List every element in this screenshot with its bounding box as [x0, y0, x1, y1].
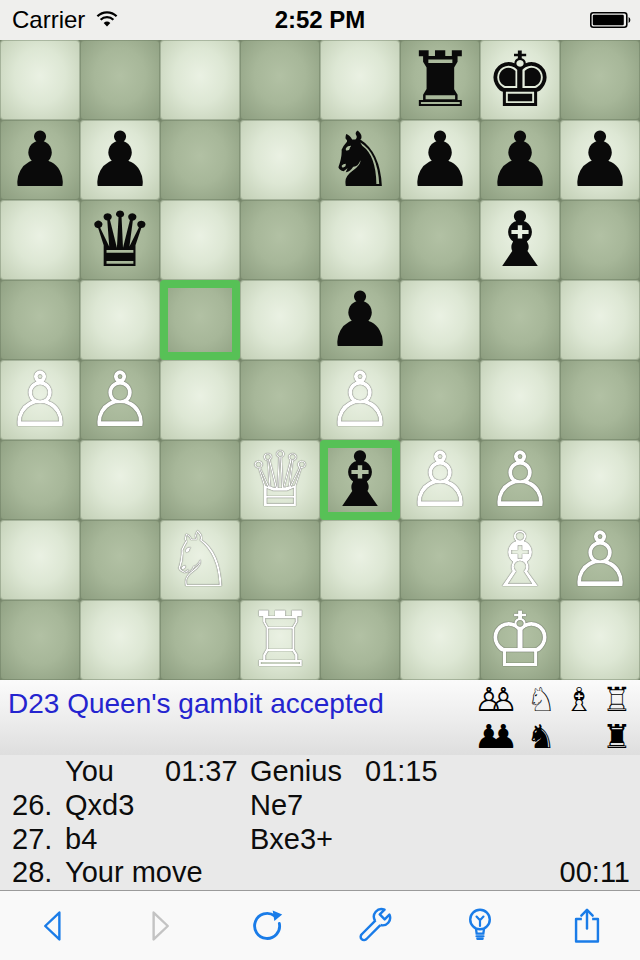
black-player-name: Genius: [250, 755, 342, 789]
info-bar: D23 Queen's gambit accepted ♙♙♘♗♖ ♟♟♞♜: [0, 680, 640, 755]
white-player-clock: 01:37: [165, 755, 238, 789]
square-g8[interactable]: ♚: [480, 40, 560, 120]
square-a7[interactable]: ♟: [0, 120, 80, 200]
black-pawn-piece: ♟: [480, 120, 560, 200]
square-b2[interactable]: [80, 520, 160, 600]
white-move: Qxd3: [65, 789, 134, 823]
square-d8[interactable]: [240, 40, 320, 120]
square-e5[interactable]: ♟: [320, 280, 400, 360]
square-g4[interactable]: [480, 360, 560, 440]
square-g3[interactable]: ♙: [480, 440, 560, 520]
hint-lightbulb-icon[interactable]: [458, 904, 502, 948]
square-h7[interactable]: ♟: [560, 120, 640, 200]
captured-black-row: ♟♟♞♜: [470, 718, 636, 755]
move-list: You 01:37 Genius 01:15 26. Qxd3 Ne7 27. …: [0, 755, 640, 890]
square-g5[interactable]: [480, 280, 560, 360]
captured-piece-slot: [560, 718, 598, 755]
settings-wrench-icon[interactable]: [351, 904, 395, 948]
black-king-piece: ♚: [480, 40, 560, 120]
square-d1[interactable]: ♖: [240, 600, 320, 680]
white-pawn-piece: ♙: [80, 360, 160, 440]
square-c4[interactable]: [160, 360, 240, 440]
square-c6[interactable]: [160, 200, 240, 280]
share-icon[interactable]: [565, 904, 609, 948]
square-d2[interactable]: [240, 520, 320, 600]
square-e7[interactable]: ♞: [320, 120, 400, 200]
square-b4[interactable]: ♙: [80, 360, 160, 440]
square-h3[interactable]: [560, 440, 640, 520]
square-c7[interactable]: [160, 120, 240, 200]
black-player-clock: 01:15: [365, 755, 438, 789]
white-move: b4: [65, 823, 97, 857]
square-g7[interactable]: ♟: [480, 120, 560, 200]
square-c1[interactable]: [160, 600, 240, 680]
square-f6[interactable]: [400, 200, 480, 280]
black-pawn-piece: ♟: [560, 120, 640, 200]
white-pawn-piece: ♙: [320, 360, 400, 440]
white-pawn-piece: ♙: [0, 360, 80, 440]
square-h8[interactable]: [560, 40, 640, 120]
square-b6[interactable]: ♛: [80, 200, 160, 280]
your-move-prompt: Your move: [65, 856, 203, 890]
square-f3[interactable]: ♙: [400, 440, 480, 520]
square-h2[interactable]: ♙: [560, 520, 640, 600]
square-d5[interactable]: [240, 280, 320, 360]
move-number: 26.: [12, 789, 52, 823]
move-number: 28.: [12, 856, 52, 890]
captured-piece-slot: ♗: [560, 681, 598, 718]
white-queen-piece: ♕: [240, 440, 320, 520]
bottom-toolbar: [0, 890, 640, 960]
app-window: Carrier 2:52 PM ♜♚♟♟♞♟♟♟♛♝♟♙♙♙♕♝♙♙♘♗♙♖♔ …: [0, 0, 640, 960]
square-f5[interactable]: [400, 280, 480, 360]
square-f4[interactable]: [400, 360, 480, 440]
square-g1[interactable]: ♔: [480, 600, 560, 680]
square-c2[interactable]: ♘: [160, 520, 240, 600]
captured-piece-slot: ♟♟: [470, 718, 522, 755]
white-bishop-piece: ♗: [480, 520, 560, 600]
forward-button[interactable]: [138, 904, 182, 948]
opening-name: D23 Queen's gambit accepted: [8, 688, 384, 720]
square-b3[interactable]: [80, 440, 160, 520]
clock-time: 2:52 PM: [0, 6, 640, 34]
square-a6[interactable]: [0, 200, 80, 280]
square-f8[interactable]: ♜: [400, 40, 480, 120]
square-f1[interactable]: [400, 600, 480, 680]
black-queen-piece: ♛: [80, 200, 160, 280]
move-number: 27.: [12, 823, 52, 857]
white-pawn-piece: ♙: [560, 520, 640, 600]
white-pawn-piece: ♙: [400, 440, 480, 520]
move-row-28: 28. Your move 00:11: [0, 856, 640, 890]
square-b7[interactable]: ♟: [80, 120, 160, 200]
square-h1[interactable]: [560, 600, 640, 680]
square-e8[interactable]: [320, 40, 400, 120]
black-pawn-piece: ♟: [320, 280, 400, 360]
square-d4[interactable]: [240, 360, 320, 440]
square-b8[interactable]: [80, 40, 160, 120]
black-knight-piece: ♞: [320, 120, 400, 200]
square-d7[interactable]: [240, 120, 320, 200]
black-bishop-piece: ♝: [480, 200, 560, 280]
status-bar: Carrier 2:52 PM: [0, 0, 640, 40]
square-g2[interactable]: ♗: [480, 520, 560, 600]
square-a8[interactable]: [0, 40, 80, 120]
captured-piece-slot: ♜: [598, 718, 636, 755]
square-e6[interactable]: [320, 200, 400, 280]
black-move: Bxe3+: [250, 823, 333, 857]
square-c8[interactable]: [160, 40, 240, 120]
square-h6[interactable]: [560, 200, 640, 280]
black-pawn-piece: ♟: [80, 120, 160, 200]
captured-piece-slot: ♞: [522, 718, 560, 755]
black-pawn-piece: ♟: [400, 120, 480, 200]
square-e3[interactable]: ♝: [320, 440, 400, 520]
clock-row: You 01:37 Genius 01:15: [0, 755, 640, 789]
square-c5[interactable]: [160, 280, 240, 360]
square-h4[interactable]: [560, 360, 640, 440]
black-bishop-piece: ♝: [320, 440, 400, 520]
square-g6[interactable]: ♝: [480, 200, 560, 280]
redo-icon[interactable]: [245, 904, 289, 948]
captured-piece-slot: ♖: [598, 681, 636, 718]
square-b1[interactable]: [80, 600, 160, 680]
black-pawn-piece: ♟: [0, 120, 80, 200]
square-a5[interactable]: [0, 280, 80, 360]
white-pawn-piece: ♙: [480, 440, 560, 520]
captured-white-row: ♙♙♘♗♖: [470, 681, 636, 718]
white-knight-piece: ♘: [160, 520, 240, 600]
square-e4[interactable]: ♙: [320, 360, 400, 440]
square-f7[interactable]: ♟: [400, 120, 480, 200]
captured-piece-slot: ♘: [522, 681, 560, 718]
square-a3[interactable]: [0, 440, 80, 520]
square-a4[interactable]: ♙: [0, 360, 80, 440]
square-c3[interactable]: [160, 440, 240, 520]
move-timer: 00:11: [560, 856, 630, 890]
square-b5[interactable]: [80, 280, 160, 360]
move-row-27: 27. b4 Bxe3+: [0, 823, 640, 857]
back-button[interactable]: [31, 904, 75, 948]
chess-board: ♜♚♟♟♞♟♟♟♛♝♟♙♙♙♕♝♙♙♘♗♙♖♔: [0, 40, 640, 680]
black-rook-piece: ♜: [400, 40, 480, 120]
square-e1[interactable]: [320, 600, 400, 680]
square-a2[interactable]: [0, 520, 80, 600]
white-player-name: You: [65, 755, 114, 789]
white-rook-piece: ♖: [240, 600, 320, 680]
battery-icon: [590, 12, 632, 28]
square-a1[interactable]: [0, 600, 80, 680]
white-king-piece: ♔: [480, 600, 560, 680]
black-move: Ne7: [250, 789, 303, 823]
square-d3[interactable]: ♕: [240, 440, 320, 520]
square-h5[interactable]: [560, 280, 640, 360]
move-row-26: 26. Qxd3 Ne7: [0, 789, 640, 823]
square-f2[interactable]: [400, 520, 480, 600]
square-e2[interactable]: [320, 520, 400, 600]
captured-pieces-tray: ♙♙♘♗♖ ♟♟♞♜: [470, 681, 636, 755]
square-d6[interactable]: [240, 200, 320, 280]
captured-piece-slot: ♙♙: [470, 681, 522, 718]
